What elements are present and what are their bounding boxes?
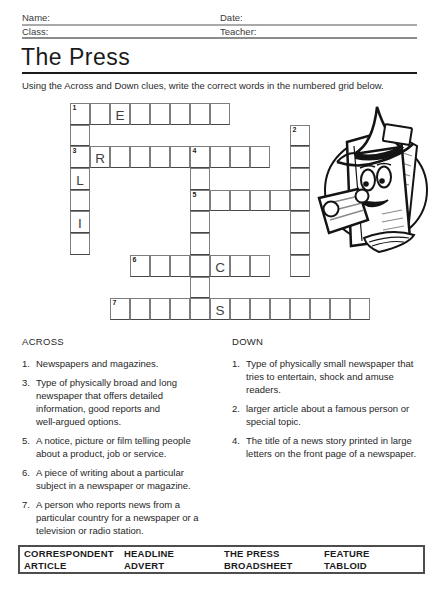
grid-cell-r5c7[interactable]: 5 — [190, 190, 210, 212]
grid-cell-r10c4[interactable] — [130, 298, 150, 320]
clue-item-text: Newspapers and magazines. — [36, 357, 159, 370]
given-letter: I — [78, 217, 82, 231]
teacher-label: Teacher: — [220, 27, 256, 37]
word-bank-word: FEATURE — [324, 548, 424, 559]
clue-item-number: 1. — [232, 357, 246, 396]
grid-cell-r2c12[interactable]: 2 — [290, 125, 310, 147]
grid-cell-r3c10[interactable] — [250, 146, 270, 168]
grid-cell-r1c2[interactable] — [90, 103, 110, 125]
mascot-rolled-paper — [364, 232, 414, 252]
clue-number-1: 1 — [73, 104, 77, 112]
clue-item-text: Type of physically small newspaper that … — [246, 357, 413, 396]
clue-item-text: Type of physically broad and long newspa… — [36, 376, 177, 428]
grid-cell-r6c1[interactable]: I — [70, 211, 90, 233]
grid-cell-r5c11[interactable] — [270, 190, 290, 212]
clue-item-text: The title of a news story printed in lar… — [246, 434, 416, 460]
word-bank-word: BROADSHEET — [224, 560, 324, 571]
down-clue-2: 2.larger article about a famous person o… — [232, 402, 436, 428]
grid-cell-r5c1[interactable] — [70, 190, 90, 212]
given-letter: L — [76, 174, 84, 188]
grid-cell-r10c7[interactable] — [190, 298, 210, 320]
grid-cell-r1c5[interactable] — [150, 103, 170, 125]
grid-cell-r7c7[interactable] — [190, 233, 210, 255]
worksheet-page: Name: Date: Class: Teacher: The Press Us… — [0, 0, 439, 593]
clue-number-7: 7 — [113, 299, 117, 307]
grid-cell-r1c4[interactable] — [130, 103, 150, 125]
grid-cell-r10c11[interactable] — [270, 298, 290, 320]
grid-cell-r10c10[interactable] — [250, 298, 270, 320]
grid-cell-r1c8[interactable] — [210, 103, 230, 125]
grid-cell-r6c7[interactable] — [190, 211, 210, 233]
clue-item-number: 6. — [22, 466, 36, 492]
grid-cell-r3c4[interactable] — [130, 146, 150, 168]
grid-cell-r10c9[interactable] — [230, 298, 250, 320]
word-bank-word: CORRESPONDENT — [24, 548, 124, 559]
across-clue-7: 7.A person who reports news from a parti… — [22, 498, 220, 537]
grid-cell-r10c14[interactable] — [330, 298, 350, 320]
across-header: ACROSS — [22, 335, 220, 348]
grid-cell-r10c12[interactable] — [290, 298, 310, 320]
word-bank-word: ARTICLE — [24, 560, 124, 571]
grid-cell-r10c8[interactable]: S — [210, 298, 230, 320]
instructions-text: Using the Across and Down clues, write t… — [22, 80, 384, 91]
grid-cell-r3c12[interactable] — [290, 146, 310, 168]
newspaper-mascot-illustration — [316, 96, 439, 262]
grid-cell-r2c1[interactable] — [70, 125, 90, 147]
word-bank-word: ADVERT — [124, 560, 224, 571]
across-clue-1: 1.Newspapers and magazines. — [22, 357, 220, 370]
down-clue-1: 1.Type of physically small newspaper tha… — [232, 357, 436, 396]
word-bank-word: HEADLINE — [124, 548, 224, 559]
grid-cell-r4c12[interactable] — [290, 168, 310, 190]
grid-cell-r8c9[interactable] — [230, 255, 250, 277]
date-label: Date: — [220, 13, 243, 23]
name-label: Name: — [22, 13, 50, 23]
grid-cell-r4c1[interactable]: L — [70, 168, 90, 190]
down-clue-4: 4.The title of a news story printed in l… — [232, 434, 436, 460]
clue-item-number: 7. — [22, 498, 36, 537]
grid-cell-r10c3[interactable]: 7 — [110, 298, 130, 320]
grid-cell-r5c9[interactable] — [230, 190, 250, 212]
grid-cell-r8c4[interactable]: 6 — [130, 255, 150, 277]
page-title: The Press — [21, 44, 130, 71]
grid-cell-r3c7[interactable]: 4 — [190, 146, 210, 168]
word-bank-word: TABLOID — [324, 560, 424, 571]
grid-cell-r8c8[interactable]: C — [210, 255, 230, 277]
grid-cell-r6c12[interactable] — [290, 211, 310, 233]
clue-item-number: 4. — [232, 434, 246, 460]
down-header: DOWN — [232, 335, 436, 348]
grid-cell-r1c7[interactable] — [190, 103, 210, 125]
mascot-lineart — [319, 107, 427, 252]
clue-item-number: 1. — [22, 357, 36, 370]
clue-item-number: 2. — [232, 402, 246, 428]
grid-cell-r10c6[interactable] — [170, 298, 190, 320]
grid-cell-r7c12[interactable] — [290, 233, 310, 255]
clue-item-number: 3. — [22, 376, 36, 428]
given-letter: R — [95, 152, 105, 166]
down-clue-list: 1.Type of physically small newspaper tha… — [232, 357, 436, 460]
grid-cell-r8c5[interactable] — [150, 255, 170, 277]
given-letter: E — [115, 109, 124, 123]
grid-cell-r3c3[interactable] — [110, 146, 130, 168]
across-clue-3: 3.Type of physically broad and long news… — [22, 376, 220, 428]
clue-number-5: 5 — [193, 191, 197, 199]
word-bank-word: THE PRESS — [224, 548, 324, 559]
clue-item-text: A person who reports news from a particu… — [36, 498, 199, 537]
title-divider — [22, 72, 417, 74]
grid-cell-r10c15[interactable] — [350, 298, 370, 320]
grid-cell-r5c12[interactable] — [290, 190, 310, 212]
grid-cell-r3c9[interactable] — [230, 146, 250, 168]
grid-cell-r5c10[interactable] — [250, 190, 270, 212]
grid-cell-r1c1[interactable]: 1 — [70, 103, 90, 125]
grid-cell-r1c3[interactable]: E — [110, 103, 130, 125]
across-clue-6: 6.A piece of writing about a particular … — [22, 466, 220, 492]
grid-cell-r3c2[interactable]: R — [90, 146, 110, 168]
across-clue-list: 1.Newspapers and magazines.3.Type of phy… — [22, 357, 220, 537]
grid-cell-r4c7[interactable] — [190, 168, 210, 190]
across-clues-section: ACROSS 1.Newspapers and magazines.3.Type… — [22, 335, 220, 543]
clue-number-2: 2 — [293, 126, 297, 134]
class-label: Class: — [22, 27, 48, 37]
grid-cell-r10c5[interactable] — [150, 298, 170, 320]
grid-cell-r3c8[interactable] — [210, 146, 230, 168]
clue-number-6: 6 — [133, 256, 137, 264]
word-bank: CORRESPONDENTHEADLINETHE PRESSFEATUREART… — [18, 545, 425, 574]
grid-cell-r8c10[interactable] — [250, 255, 270, 277]
class-teacher-fill-line[interactable] — [22, 37, 417, 39]
clue-number-4: 4 — [193, 147, 197, 155]
grid-cell-r1c6[interactable] — [170, 103, 190, 125]
grid-cell-r8c12[interactable] — [290, 255, 310, 277]
grid-cell-r7c1[interactable] — [70, 233, 90, 255]
grid-cell-r10c13[interactable] — [310, 298, 330, 320]
clue-item-text: larger article about a famous person or … — [246, 402, 409, 428]
clue-number-3: 3 — [73, 147, 77, 155]
grid-cell-r3c1[interactable]: 3 — [70, 146, 90, 168]
given-letter: S — [215, 304, 224, 318]
clue-item-number: 5. — [22, 434, 36, 460]
down-clues-section: DOWN 1.Type of physically small newspape… — [232, 335, 436, 466]
given-letter: C — [215, 261, 225, 275]
grid-cell-r9c7[interactable] — [190, 277, 210, 299]
grid-cell-r8c6[interactable] — [170, 255, 190, 277]
grid-cell-r3c5[interactable] — [150, 146, 170, 168]
clue-item-text: A piece of writing about a particular su… — [36, 466, 191, 492]
across-clue-5: 5.A notice, picture or film telling peop… — [22, 434, 220, 460]
clue-item-text: A notice, picture or film telling people… — [36, 434, 191, 460]
grid-cell-r8c7[interactable] — [190, 255, 210, 277]
grid-cell-r5c8[interactable] — [210, 190, 230, 212]
grid-cell-r3c6[interactable] — [170, 146, 190, 168]
